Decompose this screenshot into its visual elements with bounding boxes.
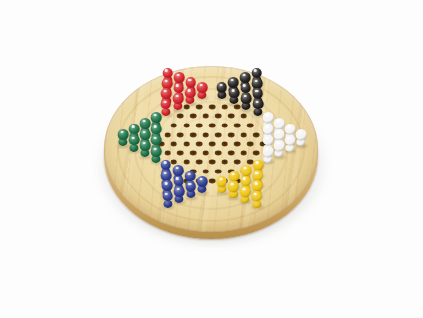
peg-highlight [153,125,156,127]
peg-highlight [176,177,179,179]
peg-head [173,93,184,104]
hole[interactable] [196,142,203,147]
peg-highlight [176,84,179,86]
peg-highlight [165,69,168,71]
hole[interactable] [196,160,203,165]
hole[interactable] [202,114,209,119]
hole[interactable] [234,142,241,147]
hole[interactable] [253,132,260,137]
hole[interactable] [221,142,228,147]
peg-highlight [255,182,258,184]
peg-highlight [164,80,167,82]
peg-highlight [231,89,234,91]
peg-highlight [131,125,134,127]
peg-highlight [243,177,246,179]
peg-highlight [265,114,268,116]
hole[interactable] [164,132,171,137]
peg-highlight [188,173,191,175]
hole[interactable] [190,132,197,137]
peg-highlight [255,172,258,174]
hole[interactable] [247,142,254,147]
hole[interactable] [221,105,228,110]
hole[interactable] [215,151,222,156]
peg-highlight [243,84,246,86]
hole[interactable] [171,142,178,147]
peg-head [274,140,285,151]
peg-red[interactable] [171,88,185,110]
hole[interactable] [183,123,190,128]
peg-highlight [142,131,145,133]
peg-highlight [200,84,203,86]
hole[interactable] [240,132,247,137]
peg-head [185,181,196,192]
peg-highlight [231,183,234,185]
peg-yellow[interactable] [250,186,264,208]
peg-highlight [265,148,268,150]
hole[interactable] [177,114,184,119]
peg-highlight [163,161,166,163]
chinese-checkers-photo [0,0,423,318]
peg-highlight [298,131,301,133]
peg-highlight [200,178,203,180]
peg-highlight [276,131,279,133]
hole[interactable] [228,151,235,156]
peg-head [285,135,296,146]
hole[interactable] [177,151,184,156]
peg-head [174,186,185,197]
peg-highlight [164,182,167,184]
hole[interactable] [190,114,197,119]
peg-highlight [142,120,145,122]
peg-highlight [244,167,247,169]
peg-head [197,176,208,187]
peg-highlight [219,178,222,180]
peg-highlight [254,193,257,195]
peg-highlight [242,74,245,76]
peg-highlight [153,148,156,150]
hole[interactable] [209,123,216,128]
peg-highlight [164,172,167,174]
hole[interactable] [240,114,247,119]
peg-head [162,191,173,202]
peg-highlight [153,114,156,116]
hole[interactable] [247,123,254,128]
board-cells-layer [0,0,423,318]
peg-highlight [177,188,180,190]
hole[interactable] [221,123,228,128]
peg-highlight [254,69,257,71]
peg-highlight [244,95,247,97]
hole[interactable] [171,123,178,128]
peg-head [296,129,307,140]
hole[interactable] [215,132,222,137]
peg-highlight [255,80,258,82]
hole[interactable] [209,142,216,147]
peg-highlight [188,79,191,81]
peg-head [197,82,208,93]
hole[interactable] [196,105,203,110]
hole[interactable] [202,132,209,137]
peg-highlight [256,161,259,163]
hole[interactable] [209,160,216,165]
hole[interactable] [202,151,209,156]
peg-highlight [177,74,180,76]
hole[interactable] [215,114,222,119]
peg-highlight [287,137,290,139]
peg-red[interactable] [183,82,197,104]
peg-head [217,82,228,93]
peg-highlight [287,125,290,127]
peg-red[interactable] [195,77,209,99]
peg-highlight [165,193,168,195]
peg-head [251,191,262,202]
hole[interactable] [228,114,235,119]
peg-highlight [142,142,145,144]
peg-highlight [265,137,268,139]
peg-highlight [131,137,134,139]
hole[interactable] [183,142,190,147]
hole[interactable] [228,132,235,137]
peg-highlight [175,95,178,97]
peg-head [241,93,252,104]
peg-highlight [256,101,259,103]
peg-head [229,88,240,99]
hole[interactable] [190,151,197,156]
peg-highlight [188,183,191,185]
hole[interactable] [209,105,216,110]
peg-highlight [188,89,191,91]
peg-highlight [276,142,279,144]
peg-head [185,88,196,99]
hole[interactable] [196,123,203,128]
peg-highlight [120,131,123,133]
peg-highlight [231,173,234,175]
peg-highlight [219,84,222,86]
hole[interactable] [240,151,247,156]
peg-highlight [276,120,279,122]
peg-highlight [231,79,234,81]
hole[interactable] [234,123,241,128]
peg-highlight [164,90,167,92]
peg-highlight [153,137,156,139]
peg-highlight [255,90,258,92]
peg-highlight [242,188,245,190]
hole[interactable] [221,160,228,165]
peg-highlight [175,167,178,169]
peg-highlight [265,125,268,127]
hole[interactable] [177,132,184,137]
peg-highlight [163,101,166,103]
peg-blue[interactable] [161,186,175,208]
